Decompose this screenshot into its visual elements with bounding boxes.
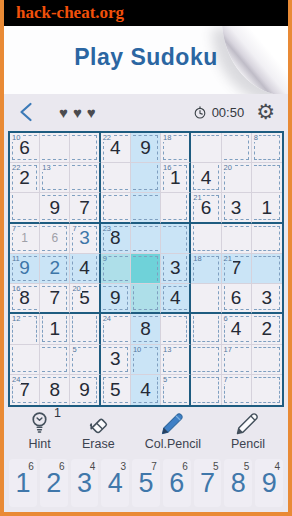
erase-button[interactable]: Erase <box>82 410 115 451</box>
cell-r8c3[interactable]: 5 <box>101 375 131 405</box>
cell-r8c2[interactable]: 9 <box>70 375 100 405</box>
cell-r4c7[interactable]: 217 <box>222 254 252 284</box>
cage-border <box>193 377 218 403</box>
numpad-digit: 9 <box>262 468 277 499</box>
given-digit: 5 <box>101 375 130 405</box>
cage-sum-label: 20 <box>223 163 233 172</box>
cell-r7c6[interactable] <box>191 345 221 375</box>
erase-label: Erase <box>82 437 115 451</box>
cage-border <box>163 195 187 219</box>
cell-r6c2[interactable] <box>70 314 100 344</box>
given-digit: 3 <box>161 254 189 283</box>
cell-r1c8[interactable] <box>252 163 282 193</box>
cage-border <box>254 226 280 251</box>
watermark-bar: hack-cheat.org <box>4 0 288 26</box>
number-button-7[interactable]: 75 <box>194 459 222 507</box>
cell-r0c4[interactable]: 9 <box>131 133 161 163</box>
cell-r7c4[interactable]: 10 <box>131 345 161 375</box>
number-button-5[interactable]: 57 <box>132 459 160 507</box>
settings-button[interactable]: ⚙ <box>256 102 275 123</box>
remaining-count: 3 <box>121 461 127 472</box>
clock-icon <box>192 104 208 121</box>
cell-r8c8[interactable] <box>252 375 282 405</box>
cell-r2c1[interactable]: 9 <box>40 193 70 223</box>
cage-sum-label: 5 <box>71 345 77 354</box>
game-toolbar: ♥♥♥ 00:50 ⚙ <box>4 94 288 130</box>
remaining-count: 5 <box>244 461 250 472</box>
cell-r6c0[interactable]: 12 <box>10 314 40 344</box>
cell-r8c0[interactable]: 247 <box>10 375 40 405</box>
cage-sum-label: 10 <box>11 133 21 142</box>
given-digit: 4 <box>70 254 98 283</box>
remaining-count: 4 <box>274 461 280 472</box>
remaining-count: 6 <box>59 461 65 472</box>
cell-r2c6[interactable]: 216 <box>191 193 221 223</box>
pencil-label: Pencil <box>231 437 265 451</box>
cage-border <box>103 195 128 219</box>
numpad-digit: 4 <box>108 468 123 499</box>
remaining-count: 5 <box>213 461 219 472</box>
cell-r3c2[interactable]: 73 <box>70 224 100 254</box>
cage-sum-label: 18 <box>162 133 172 142</box>
cell-r5c6[interactable] <box>191 284 221 314</box>
cage-sum-label: 9 <box>102 254 108 263</box>
number-button-8[interactable]: 85 <box>224 459 252 507</box>
cell-r7c7[interactable]: 17 <box>222 345 252 375</box>
number-button-4[interactable]: 43 <box>101 459 129 507</box>
timer-value: 00:50 <box>212 105 245 120</box>
app-header: Play Sudoku <box>4 26 288 94</box>
cell-r1c7[interactable]: 20 <box>222 163 252 193</box>
cell-r0c6[interactable] <box>191 133 221 163</box>
cell-r4c5[interactable]: 3 <box>161 254 191 284</box>
colored-pencil-button[interactable]: Col.Pencil <box>145 410 201 451</box>
given-digit: 9 <box>40 193 69 221</box>
cage-sum-label: 5 <box>162 375 168 384</box>
cell-r3c5[interactable] <box>161 224 191 254</box>
cell-r1c1[interactable]: 13 <box>40 163 70 193</box>
number-button-9[interactable]: 94 <box>255 459 283 507</box>
cage-border <box>193 226 218 251</box>
cage-sum-label: 16 <box>11 284 21 293</box>
cage-sum-label: 7 <box>71 224 77 233</box>
back-button[interactable] <box>17 101 35 123</box>
cage-sum-label: 11 <box>11 254 21 263</box>
cage-sum-label: 24 <box>11 375 21 384</box>
lightbulb-icon <box>27 410 52 435</box>
cage-sum-label: 20 <box>71 284 81 293</box>
cell-r7c3[interactable]: 3 <box>101 345 131 375</box>
sudoku-grid: 1062249188222131614209721631716732381192… <box>8 131 284 407</box>
cage-border <box>254 377 280 403</box>
cage-border <box>12 195 37 219</box>
cell-r0c3[interactable]: 224 <box>101 133 131 163</box>
number-button-1[interactable]: 16 <box>9 459 37 507</box>
cell-r2c0[interactable] <box>10 193 40 223</box>
cage-border <box>193 316 218 341</box>
cage-border <box>133 165 158 190</box>
cage-sum-label: 23 <box>102 224 112 233</box>
cage-sum-label: 13 <box>41 163 51 172</box>
given-digit: 3 <box>252 284 282 312</box>
cell-r1c3[interactable] <box>101 163 131 193</box>
numpad-digit: 3 <box>77 468 92 499</box>
number-button-6[interactable]: 66 <box>163 459 191 507</box>
cage-sum-label: 8 <box>253 133 259 142</box>
cage-border <box>193 347 218 372</box>
cell-r5c0[interactable]: 168 <box>10 284 40 314</box>
cage-sum-label: 21 <box>192 193 202 202</box>
cage-border <box>163 226 187 251</box>
cell-r8c6[interactable] <box>191 375 221 405</box>
cage-border <box>193 135 218 160</box>
cage-border <box>133 226 158 251</box>
cage-sum-label: 12 <box>11 314 21 323</box>
cell-r4c6[interactable]: 18 <box>191 254 221 284</box>
numpad-digit: 1 <box>15 468 30 499</box>
cell-r1c4[interactable] <box>131 163 161 193</box>
number-pad: 162634435766758594 <box>4 451 288 507</box>
cell-r1c0[interactable]: 222 <box>10 163 40 193</box>
cell-r8c7[interactable]: 7 <box>222 375 252 405</box>
cell-r7c1[interactable] <box>40 345 70 375</box>
cell-r6c1[interactable]: 1 <box>40 314 70 344</box>
cell-r0c1[interactable] <box>40 133 70 163</box>
remaining-count: 6 <box>28 461 34 472</box>
given-digit: 3 <box>222 193 251 221</box>
cell-r2c7[interactable]: 3 <box>222 193 252 223</box>
numpad-digit: 7 <box>200 468 215 499</box>
cell-r2c2[interactable]: 7 <box>70 193 100 223</box>
cell-r6c5[interactable] <box>161 314 191 344</box>
cell-r4c4[interactable] <box>131 254 161 284</box>
cell-r1c6[interactable]: 4 <box>191 163 221 193</box>
remaining-count: 7 <box>151 461 157 472</box>
cage-sum-label: 7 <box>223 375 229 384</box>
cell-r1c2[interactable] <box>70 163 100 193</box>
hint-button[interactable]: 1 Hint <box>27 410 52 451</box>
cage-border <box>72 316 96 341</box>
cage-border <box>193 286 218 310</box>
cell-r3c1[interactable]: 6 <box>40 224 70 254</box>
cell-r3c3[interactable]: 238 <box>101 224 131 254</box>
cell-r6c6[interactable] <box>191 314 221 344</box>
given-digit: 3 <box>101 345 130 374</box>
hint-label: Hint <box>28 437 50 451</box>
colored-pencil-icon <box>159 410 186 435</box>
cell-r0c5[interactable]: 18 <box>161 133 191 163</box>
cell-r8c4[interactable]: 4 <box>131 375 161 405</box>
given-digit: 1 <box>252 193 282 221</box>
eraser-icon <box>86 410 111 435</box>
cell-r0c0[interactable]: 106 <box>10 133 40 163</box>
given-digit: 9 <box>70 375 98 405</box>
pencil-icon <box>234 410 261 435</box>
cage-border <box>133 195 158 219</box>
cage-border <box>133 286 158 310</box>
given-digit: 9 <box>101 284 130 312</box>
remaining-count: 4 <box>90 461 96 472</box>
cell-r2c5[interactable] <box>161 193 191 223</box>
given-digit: 4 <box>191 163 220 192</box>
given-digit: 6 <box>222 284 251 312</box>
cage-border <box>12 347 37 372</box>
cage-border <box>42 347 67 372</box>
cage-sum-label: 17 <box>223 345 233 354</box>
given-digit: 7 <box>40 284 69 312</box>
cell-r3c0[interactable]: 71 <box>10 224 40 254</box>
colored-pencil-label: Col.Pencil <box>145 437 201 451</box>
cell-r6c4[interactable]: 8 <box>131 314 161 344</box>
pencil-button[interactable]: Pencil <box>231 410 265 451</box>
numpad-digit: 6 <box>169 468 184 499</box>
cage-sum-label: 7 <box>11 224 17 233</box>
cage-border <box>254 165 280 190</box>
given-digit: 8 <box>40 375 69 405</box>
remaining-count: 6 <box>182 461 188 472</box>
timer: 00:50 <box>192 104 245 121</box>
page-curl-decoration <box>222 26 288 94</box>
given-digit: 9 <box>131 133 160 162</box>
numpad-digit: 5 <box>139 468 154 499</box>
cell-r8c5[interactable]: 5 <box>161 375 191 405</box>
cage-border <box>103 165 128 190</box>
cell-r5c1[interactable]: 7 <box>40 284 70 314</box>
cage-border <box>254 256 280 281</box>
number-button-3[interactable]: 34 <box>71 459 99 507</box>
cell-r3c6[interactable] <box>191 224 221 254</box>
cage-border <box>254 347 280 372</box>
cage-sum-label: 13 <box>162 345 172 354</box>
cage-sum-label: 21 <box>223 254 233 263</box>
cage-sum-label: 24 <box>102 314 112 323</box>
cell-r3c7[interactable] <box>222 224 252 254</box>
cell-r6c8[interactable]: 2 <box>252 314 282 344</box>
cage-border <box>72 165 96 190</box>
cell-r8c1[interactable]: 8 <box>40 375 70 405</box>
cell-r4c0[interactable]: 119 <box>10 254 40 284</box>
cell-r4c3[interactable]: 9 <box>101 254 131 284</box>
back-chevron-icon <box>17 101 35 123</box>
cell-r0c8[interactable]: 8 <box>252 133 282 163</box>
cell-r6c7[interactable]: 64 <box>222 314 252 344</box>
cell-r4c8[interactable] <box>252 254 282 284</box>
cell-r4c2[interactable]: 4 <box>70 254 100 284</box>
cell-r5c5[interactable]: 4 <box>161 284 191 314</box>
cage-border <box>133 256 158 281</box>
cell-r7c5[interactable]: 13 <box>161 345 191 375</box>
numpad-digit: 8 <box>231 468 246 499</box>
cage-sum-label: 18 <box>192 254 202 263</box>
cell-r2c4[interactable] <box>131 193 161 223</box>
numpad-digit: 2 <box>46 468 61 499</box>
cell-r1c5[interactable]: 161 <box>161 163 191 193</box>
pencil-mark: 6 <box>40 224 69 253</box>
cell-r7c0[interactable] <box>10 345 40 375</box>
cage-sum-label: 10 <box>132 345 142 354</box>
cage-sum-label: 6 <box>223 314 229 323</box>
cage-border <box>42 135 67 160</box>
given-digit: 4 <box>161 284 189 312</box>
cage-border <box>224 135 249 160</box>
hint-count-badge: 1 <box>54 406 61 420</box>
cell-r7c2[interactable]: 5 <box>70 345 100 375</box>
gear-icon: ⚙ <box>256 100 275 124</box>
cell-r3c8[interactable] <box>252 224 282 254</box>
given-digit: 1 <box>40 314 69 343</box>
cell-r5c8[interactable]: 3 <box>252 284 282 314</box>
cell-r0c2[interactable] <box>70 133 100 163</box>
cell-r3c4[interactable] <box>131 224 161 254</box>
user-digit: 2 <box>40 254 69 283</box>
cell-r7c8[interactable] <box>252 345 282 375</box>
cell-r2c3[interactable] <box>101 193 131 223</box>
given-digit: 8 <box>131 314 160 343</box>
cage-border <box>163 316 187 341</box>
cell-r5c4[interactable] <box>131 284 161 314</box>
lives-hearts: ♥♥♥ <box>59 104 101 121</box>
cage-sum-label: 22 <box>11 163 21 172</box>
number-button-2[interactable]: 26 <box>40 459 68 507</box>
given-digit: 4 <box>131 375 160 405</box>
cell-r5c7[interactable]: 6 <box>222 284 252 314</box>
cage-sum-label: 22 <box>102 133 112 142</box>
watermark-text: hack-cheat.org <box>16 3 124 22</box>
cage-border <box>72 135 96 160</box>
killer-sudoku-app: { "watermark": {"site": "hack-cheat.org"… <box>0 0 292 516</box>
cage-sum-label: 16 <box>162 163 172 172</box>
cell-r4c1[interactable]: 2 <box>40 254 70 284</box>
cage-border <box>224 226 249 251</box>
given-digit: 7 <box>70 193 98 221</box>
cell-r5c2[interactable]: 205 <box>70 284 100 314</box>
cell-r5c3[interactable]: 9 <box>101 284 131 314</box>
given-digit: 2 <box>252 314 282 343</box>
action-bar: 1 Hint Erase Col.Pencil Pencil <box>4 407 288 451</box>
cell-r6c3[interactable]: 24 <box>101 314 131 344</box>
cell-r0c7[interactable] <box>222 133 252 163</box>
cell-r2c8[interactable]: 1 <box>252 193 282 223</box>
